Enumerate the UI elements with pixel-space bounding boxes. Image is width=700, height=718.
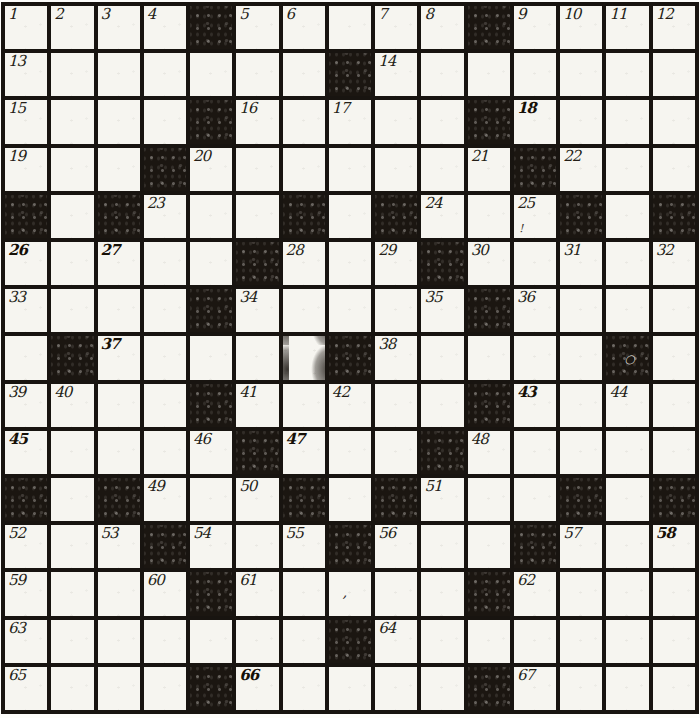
cell-r12c5[interactable]: 54 <box>190 525 232 568</box>
cell-r4c8[interactable] <box>329 148 371 191</box>
clue-number: 4 <box>147 7 156 23</box>
clue-number: 59 <box>8 573 25 589</box>
clue-number: 34 <box>239 290 256 306</box>
ink-smudge-cell-r8c7[interactable] <box>283 336 325 379</box>
cell-r10c4[interactable] <box>144 431 186 474</box>
cell-r12c10[interactable] <box>421 525 463 568</box>
clue-number: 30 <box>471 243 488 259</box>
cell-r6c8[interactable] <box>329 242 371 285</box>
cell-r13c1[interactable]: 59 <box>5 572 47 615</box>
clue-number: 60 <box>147 573 164 589</box>
cell-r2c12[interactable] <box>514 53 556 96</box>
cell-r2c9[interactable]: 14 <box>375 53 417 96</box>
clue-number: 27 <box>101 243 120 259</box>
cell-r4c2[interactable] <box>51 148 93 191</box>
cell-r10c3[interactable] <box>98 431 140 474</box>
cell-r9c10[interactable] <box>421 384 463 427</box>
clue-number: 32 <box>656 243 673 259</box>
cell-r2c1[interactable]: 13 <box>5 53 47 96</box>
cell-r2c11[interactable] <box>468 53 510 96</box>
cell-r9c9[interactable] <box>375 384 417 427</box>
cell-r10c14[interactable] <box>606 431 648 474</box>
cell-r1c3[interactable]: 3 <box>98 6 140 49</box>
block-cell-r10c10 <box>421 431 463 474</box>
cell-r14c14[interactable] <box>606 620 648 663</box>
block-cell-r11c15 <box>653 478 695 521</box>
clue-number: 37 <box>101 337 120 353</box>
cell-r15c1[interactable]: 65 <box>5 667 47 710</box>
clue-number: 56 <box>378 526 395 542</box>
clue-number: 18 <box>517 101 536 117</box>
cell-r4c1[interactable]: 19 <box>5 148 47 191</box>
block-cell-r1c5 <box>190 6 232 49</box>
block-cell-r9c11 <box>468 384 510 427</box>
clue-number: 15 <box>8 101 25 117</box>
cell-r1c6[interactable]: 5 <box>236 6 278 49</box>
cell-r10c12[interactable] <box>514 431 556 474</box>
cell-r4c14[interactable] <box>606 148 648 191</box>
clue-number: 42 <box>332 385 349 401</box>
cell-r11c8[interactable] <box>329 478 371 521</box>
clue-number: 47 <box>286 432 305 448</box>
block-cell-r14c8 <box>329 620 371 663</box>
clue-number: 12 <box>656 7 673 23</box>
cell-r12c13[interactable]: 57 <box>560 525 602 568</box>
cell-r12c15[interactable]: 58 <box>653 525 695 568</box>
cell-r12c14[interactable] <box>606 525 648 568</box>
cell-r10c1[interactable]: 45 <box>5 431 47 474</box>
clue-number: 33 <box>8 290 25 306</box>
clue-number: 8 <box>424 7 433 23</box>
cell-r1c14[interactable]: 11 <box>606 6 648 49</box>
clue-number: 50 <box>239 479 256 495</box>
clue-number: 45 <box>8 432 27 448</box>
clue-number: 24 <box>424 196 441 212</box>
cell-r14c12[interactable] <box>514 620 556 663</box>
clue-number: 65 <box>8 668 25 684</box>
clue-number: 31 <box>563 243 580 259</box>
block-cell-r13c11 <box>468 572 510 615</box>
clue-number: 57 <box>563 526 580 542</box>
cell-r12c1[interactable]: 52 <box>5 525 47 568</box>
cell-r13c3[interactable] <box>98 572 140 615</box>
cell-r7c4[interactable] <box>144 289 186 332</box>
clue-number: 6 <box>286 7 295 23</box>
clue-number: 58 <box>656 526 675 542</box>
cell-r1c12[interactable]: 9 <box>514 6 556 49</box>
cell-r3c2[interactable] <box>51 100 93 143</box>
cell-r3c6[interactable]: 16 <box>236 100 278 143</box>
cell-r1c13[interactable]: 10 <box>560 6 602 49</box>
block-cell-r5c1 <box>5 195 47 238</box>
block-cell-r8c8 <box>329 336 371 379</box>
cell-r6c2[interactable] <box>51 242 93 285</box>
stray-comma-mark: , <box>343 584 347 600</box>
cell-r13c4[interactable]: 60 <box>144 572 186 615</box>
cell-r14c6[interactable] <box>236 620 278 663</box>
cell-r13c12[interactable]: 62 <box>514 572 556 615</box>
cell-r14c3[interactable] <box>98 620 140 663</box>
cell-r7c15[interactable] <box>653 289 695 332</box>
cell-r15c7[interactable] <box>283 667 325 710</box>
cell-r11c14[interactable] <box>606 478 648 521</box>
clue-number: 36 <box>517 290 534 306</box>
clue-number: 40 <box>54 385 71 401</box>
cell-r15c15[interactable] <box>653 667 695 710</box>
cell-r11c10[interactable]: 51 <box>421 478 463 521</box>
cell-r10c9[interactable] <box>375 431 417 474</box>
cell-r7c6[interactable]: 34 <box>236 289 278 332</box>
cell-r6c7[interactable]: 28 <box>283 242 325 285</box>
cell-r3c15[interactable] <box>653 100 695 143</box>
cell-r10c5[interactable]: 46 <box>190 431 232 474</box>
block-cell-r5c9 <box>375 195 417 238</box>
cell-r9c8[interactable]: 42 <box>329 384 371 427</box>
crossword-scan-page: 1234567891011121314151617181920212223242… <box>0 0 700 718</box>
cell-r11c4[interactable]: 49 <box>144 478 186 521</box>
cell-r2c7[interactable] <box>283 53 325 96</box>
cell-r13c8[interactable]: , <box>329 572 371 615</box>
cell-r11c12[interactable] <box>514 478 556 521</box>
clue-number: 25 <box>517 196 534 212</box>
cell-r9c1[interactable]: 39 <box>5 384 47 427</box>
block-cell-r8c14: ○ <box>606 336 648 379</box>
cell-r2c13[interactable] <box>560 53 602 96</box>
clue-number: 51 <box>424 479 441 495</box>
block-cell-r5c15 <box>653 195 695 238</box>
block-cell-r6c10 <box>421 242 463 285</box>
cell-r9c3[interactable] <box>98 384 140 427</box>
clue-number: 1 <box>8 7 17 23</box>
cell-r12c9[interactable]: 56 <box>375 525 417 568</box>
cell-r13c9[interactable] <box>375 572 417 615</box>
clue-number: 63 <box>8 621 25 637</box>
cell-r15c4[interactable] <box>144 667 186 710</box>
cell-r14c5[interactable] <box>190 620 232 663</box>
cell-r3c14[interactable] <box>606 100 648 143</box>
stray-exclamation-mark: ! <box>519 222 523 235</box>
cell-r11c6[interactable]: 50 <box>236 478 278 521</box>
clue-number: 55 <box>286 526 303 542</box>
cell-r13c6[interactable]: 61 <box>236 572 278 615</box>
cell-r1c9[interactable]: 7 <box>375 6 417 49</box>
cell-r10c8[interactable] <box>329 431 371 474</box>
cell-r15c10[interactable] <box>421 667 463 710</box>
cell-r8c11[interactable] <box>468 336 510 379</box>
cell-r6c13[interactable]: 31 <box>560 242 602 285</box>
cell-r8c13[interactable] <box>560 336 602 379</box>
cell-r5c8[interactable] <box>329 195 371 238</box>
block-cell-r11c3 <box>98 478 140 521</box>
cell-r14c2[interactable] <box>51 620 93 663</box>
cell-r3c7[interactable] <box>283 100 325 143</box>
clue-number: 66 <box>239 668 258 684</box>
clue-number: 67 <box>517 668 534 684</box>
cell-r9c13[interactable] <box>560 384 602 427</box>
cell-r6c14[interactable] <box>606 242 648 285</box>
block-cell-r12c8 <box>329 525 371 568</box>
cell-r1c4[interactable]: 4 <box>144 6 186 49</box>
cell-r14c7[interactable] <box>283 620 325 663</box>
cell-r12c2[interactable] <box>51 525 93 568</box>
cell-r5c6[interactable] <box>236 195 278 238</box>
cell-r8c6[interactable] <box>236 336 278 379</box>
cell-r3c9[interactable] <box>375 100 417 143</box>
cell-r1c10[interactable]: 8 <box>421 6 463 49</box>
print-defect-ring-mark: ○ <box>624 352 634 366</box>
cell-r8c3[interactable]: 37 <box>98 336 140 379</box>
cell-r2c14[interactable] <box>606 53 648 96</box>
cell-r11c2[interactable] <box>51 478 93 521</box>
block-cell-r12c4 <box>144 525 186 568</box>
cell-r4c5[interactable]: 20 <box>190 148 232 191</box>
cell-r14c1[interactable]: 63 <box>5 620 47 663</box>
cell-r5c11[interactable] <box>468 195 510 238</box>
cell-r2c15[interactable] <box>653 53 695 96</box>
cell-r7c1[interactable]: 33 <box>5 289 47 332</box>
cell-r7c8[interactable] <box>329 289 371 332</box>
block-cell-r5c13 <box>560 195 602 238</box>
clue-number: 22 <box>563 149 580 165</box>
cell-r9c12[interactable]: 43 <box>514 384 556 427</box>
cell-r9c15[interactable] <box>653 384 695 427</box>
block-cell-r8c2 <box>51 336 93 379</box>
cell-r6c5[interactable] <box>190 242 232 285</box>
block-cell-r15c5 <box>190 667 232 710</box>
cell-r6c15[interactable]: 32 <box>653 242 695 285</box>
clue-number: 9 <box>517 7 526 23</box>
clue-number: 54 <box>193 526 210 542</box>
cell-r12c3[interactable]: 53 <box>98 525 140 568</box>
cell-r5c12[interactable]: 25! <box>514 195 556 238</box>
cell-r2c2[interactable] <box>51 53 93 96</box>
cell-r10c7[interactable]: 47 <box>283 431 325 474</box>
cell-r13c15[interactable] <box>653 572 695 615</box>
cell-r2c3[interactable] <box>98 53 140 96</box>
cell-r13c13[interactable] <box>560 572 602 615</box>
cell-r9c14[interactable]: 44 <box>606 384 648 427</box>
clue-number: 20 <box>193 149 210 165</box>
block-cell-r4c12 <box>514 148 556 191</box>
cell-r5c10[interactable]: 24 <box>421 195 463 238</box>
cell-r4c15[interactable] <box>653 148 695 191</box>
cell-r8c12[interactable] <box>514 336 556 379</box>
clue-number: 26 <box>8 243 27 259</box>
clue-number: 11 <box>609 7 626 23</box>
cell-r1c2[interactable]: 2 <box>51 6 93 49</box>
clue-number: 43 <box>517 385 536 401</box>
clue-number: 39 <box>8 385 25 401</box>
clue-number: 28 <box>286 243 303 259</box>
cell-r2c6[interactable] <box>236 53 278 96</box>
cell-r1c7[interactable]: 6 <box>283 6 325 49</box>
clue-number: 13 <box>8 54 25 70</box>
cell-r15c14[interactable] <box>606 667 648 710</box>
cell-r8c5[interactable] <box>190 336 232 379</box>
clue-number: 21 <box>471 149 488 165</box>
block-cell-r11c13 <box>560 478 602 521</box>
block-cell-r5c3 <box>98 195 140 238</box>
cell-r12c11[interactable] <box>468 525 510 568</box>
cell-r4c7[interactable] <box>283 148 325 191</box>
block-cell-r6c6 <box>236 242 278 285</box>
clue-number: 61 <box>239 573 256 589</box>
clue-number: 64 <box>378 621 395 637</box>
cell-r5c4[interactable]: 23 <box>144 195 186 238</box>
cell-r3c10[interactable] <box>421 100 463 143</box>
cell-r9c2[interactable]: 40 <box>51 384 93 427</box>
cell-r4c13[interactable]: 22 <box>560 148 602 191</box>
clue-number: 2 <box>54 7 63 23</box>
clue-number: 3 <box>101 7 110 23</box>
clue-number: 14 <box>378 54 395 70</box>
cell-r15c6[interactable]: 66 <box>236 667 278 710</box>
cell-r10c15[interactable] <box>653 431 695 474</box>
block-cell-r15c11 <box>468 667 510 710</box>
cell-r2c10[interactable] <box>421 53 463 96</box>
cell-r10c2[interactable] <box>51 431 93 474</box>
clue-number: 52 <box>8 526 25 542</box>
clue-number: 10 <box>563 7 580 23</box>
cell-r14c11[interactable] <box>468 620 510 663</box>
block-cell-r13c5 <box>190 572 232 615</box>
cell-r13c10[interactable] <box>421 572 463 615</box>
cell-r10c11[interactable]: 48 <box>468 431 510 474</box>
block-cell-r12c12 <box>514 525 556 568</box>
cell-r5c5[interactable] <box>190 195 232 238</box>
cell-r12c7[interactable]: 55 <box>283 525 325 568</box>
clue-number: 35 <box>424 290 441 306</box>
cell-r1c8[interactable] <box>329 6 371 49</box>
cell-r15c9[interactable] <box>375 667 417 710</box>
cell-r7c9[interactable] <box>375 289 417 332</box>
cell-r3c8[interactable]: 17 <box>329 100 371 143</box>
cell-r2c4[interactable] <box>144 53 186 96</box>
cell-r11c5[interactable] <box>190 478 232 521</box>
clue-number: 53 <box>101 526 118 542</box>
cell-r14c4[interactable] <box>144 620 186 663</box>
cell-r8c1[interactable] <box>5 336 47 379</box>
block-cell-r4c4 <box>144 148 186 191</box>
clue-number: 46 <box>193 432 210 448</box>
block-cell-r11c7 <box>283 478 325 521</box>
block-cell-r9c5 <box>190 384 232 427</box>
block-cell-r11c1 <box>5 478 47 521</box>
clue-number: 19 <box>8 149 25 165</box>
cell-r3c13[interactable] <box>560 100 602 143</box>
clue-number: 17 <box>332 101 349 117</box>
cell-r12c6[interactable] <box>236 525 278 568</box>
clue-number: 48 <box>471 432 488 448</box>
cell-r10c13[interactable] <box>560 431 602 474</box>
cell-r9c7[interactable] <box>283 384 325 427</box>
cell-r15c8[interactable] <box>329 667 371 710</box>
clue-number: 49 <box>147 479 164 495</box>
crossword-board: 1234567891011121314151617181920212223242… <box>1 2 699 714</box>
cell-r15c3[interactable] <box>98 667 140 710</box>
cell-r15c2[interactable] <box>51 667 93 710</box>
cell-r9c6[interactable]: 41 <box>236 384 278 427</box>
cell-r14c15[interactable] <box>653 620 695 663</box>
clue-number: 7 <box>378 7 387 23</box>
clue-number: 38 <box>378 337 395 353</box>
cell-r15c12[interactable]: 67 <box>514 667 556 710</box>
cell-r14c13[interactable] <box>560 620 602 663</box>
clue-number: 16 <box>239 101 256 117</box>
cell-r11c11[interactable] <box>468 478 510 521</box>
cell-r4c11[interactable]: 21 <box>468 148 510 191</box>
cell-r7c12[interactable]: 36 <box>514 289 556 332</box>
block-cell-r10c6 <box>236 431 278 474</box>
cell-r7c10[interactable]: 35 <box>421 289 463 332</box>
cell-r14c10[interactable] <box>421 620 463 663</box>
cell-r5c2[interactable] <box>51 195 93 238</box>
clue-number: 23 <box>147 196 164 212</box>
cell-r14c9[interactable]: 64 <box>375 620 417 663</box>
clue-number: 41 <box>239 385 256 401</box>
cell-r4c6[interactable] <box>236 148 278 191</box>
block-cell-r3c11 <box>468 100 510 143</box>
cell-r2c5[interactable] <box>190 53 232 96</box>
cell-r6c1[interactable]: 26 <box>5 242 47 285</box>
cell-r7c3[interactable] <box>98 289 140 332</box>
cell-r7c7[interactable] <box>283 289 325 332</box>
block-cell-r11c9 <box>375 478 417 521</box>
clue-number: 29 <box>378 243 395 259</box>
cell-r4c10[interactable] <box>421 148 463 191</box>
block-cell-r3c5 <box>190 100 232 143</box>
cell-r3c1[interactable]: 15 <box>5 100 47 143</box>
cell-r5c14[interactable] <box>606 195 648 238</box>
cell-r1c1[interactable]: 1 <box>5 6 47 49</box>
cell-r7c2[interactable] <box>51 289 93 332</box>
block-cell-r7c5 <box>190 289 232 332</box>
cell-r3c4[interactable] <box>144 100 186 143</box>
cell-r4c9[interactable] <box>375 148 417 191</box>
clue-number: 62 <box>517 573 534 589</box>
cell-r7c14[interactable] <box>606 289 648 332</box>
cell-r8c4[interactable] <box>144 336 186 379</box>
cell-r13c7[interactable] <box>283 572 325 615</box>
cell-r7c13[interactable] <box>560 289 602 332</box>
block-cell-r1c11 <box>468 6 510 49</box>
cell-r6c3[interactable]: 27 <box>98 242 140 285</box>
cell-r13c2[interactable] <box>51 572 93 615</box>
cell-r8c9[interactable]: 38 <box>375 336 417 379</box>
block-cell-r2c8 <box>329 53 371 96</box>
cell-r13c14[interactable] <box>606 572 648 615</box>
cell-r1c15[interactable]: 12 <box>653 6 695 49</box>
cell-r3c3[interactable] <box>98 100 140 143</box>
cell-r9c4[interactable] <box>144 384 186 427</box>
cell-r6c4[interactable] <box>144 242 186 285</box>
cell-r6c9[interactable]: 29 <box>375 242 417 285</box>
cell-r8c10[interactable] <box>421 336 463 379</box>
cell-r3c12[interactable]: 18 <box>514 100 556 143</box>
cell-r6c11[interactable]: 30 <box>468 242 510 285</box>
clue-number: 44 <box>609 385 626 401</box>
cell-r4c3[interactable] <box>98 148 140 191</box>
clue-number: 5 <box>239 7 248 23</box>
cell-r8c15[interactable] <box>653 336 695 379</box>
block-cell-r7c11 <box>468 289 510 332</box>
block-cell-r5c7 <box>283 195 325 238</box>
cell-r6c12[interactable] <box>514 242 556 285</box>
cell-r15c13[interactable] <box>560 667 602 710</box>
